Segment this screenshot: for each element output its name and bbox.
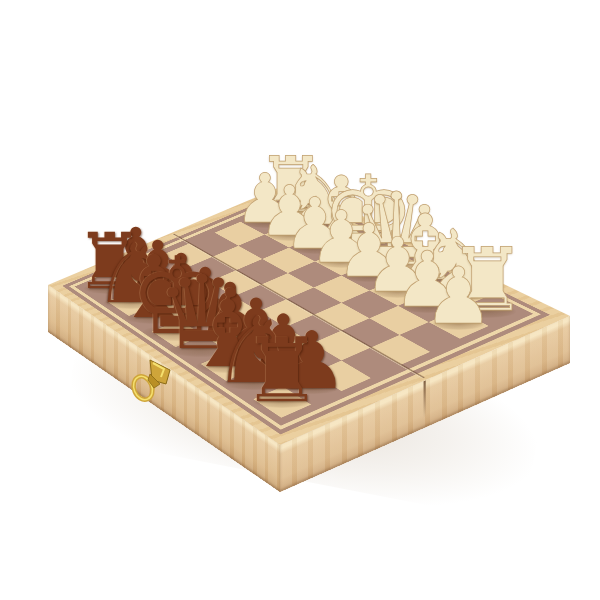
product-photo-stage: ♜♞♝♚♛♝♞♜♟♟♟♟♟♟♟♟♟♟♟♟♟♟♟♟♜♞♝♚♛♝♞♜ <box>0 0 600 600</box>
brass-clasp-icon <box>126 350 184 408</box>
box-halves-seam-notch <box>424 380 426 418</box>
